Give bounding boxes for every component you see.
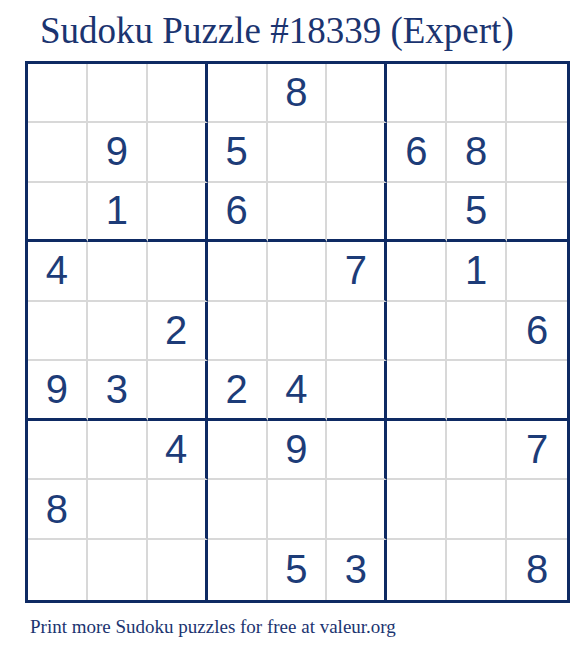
cell-r1c6 (327, 64, 387, 124)
cell-r9c2 (88, 540, 148, 600)
cell-r6c6 (327, 361, 387, 421)
cell-r8c3 (148, 480, 208, 540)
cell-r8c8 (447, 480, 507, 540)
sudoku-board: 895681654712693244978538 (25, 61, 570, 603)
cell-r5c2 (88, 302, 148, 362)
cell-r2c7: 6 (387, 123, 447, 183)
cell-r7c2 (88, 421, 148, 481)
cell-r9c5: 5 (268, 540, 328, 600)
cell-r1c8 (447, 64, 507, 124)
cell-r2c9 (507, 123, 567, 183)
cell-r3c7 (387, 183, 447, 243)
cell-r1c1 (28, 64, 88, 124)
cell-r9c3 (148, 540, 208, 600)
cell-r3c1 (28, 183, 88, 243)
cell-r8c7 (387, 480, 447, 540)
cell-r5c1 (28, 302, 88, 362)
cell-r3c8: 5 (447, 183, 507, 243)
cell-r8c5 (268, 480, 328, 540)
cell-r1c9 (507, 64, 567, 124)
cell-r4c9 (507, 242, 567, 302)
cell-r7c8 (447, 421, 507, 481)
cell-r7c1 (28, 421, 88, 481)
cell-r2c4: 5 (208, 123, 268, 183)
cell-r6c1: 9 (28, 361, 88, 421)
cell-r4c2 (88, 242, 148, 302)
cell-r2c6 (327, 123, 387, 183)
cell-r5c5 (268, 302, 328, 362)
cell-r2c3 (148, 123, 208, 183)
cell-r6c4: 2 (208, 361, 268, 421)
cell-r4c5 (268, 242, 328, 302)
cell-r9c9: 8 (507, 540, 567, 600)
cell-r4c6: 7 (327, 242, 387, 302)
cell-r6c9 (507, 361, 567, 421)
cell-r2c5 (268, 123, 328, 183)
cell-r7c5: 9 (268, 421, 328, 481)
cell-r3c6 (327, 183, 387, 243)
cell-r8c6 (327, 480, 387, 540)
cell-r5c3: 2 (148, 302, 208, 362)
cell-r4c1: 4 (28, 242, 88, 302)
cell-r1c4 (208, 64, 268, 124)
footer-text: Print more Sudoku puzzles for free at va… (30, 616, 580, 638)
cell-r9c1 (28, 540, 88, 600)
cell-r6c8 (447, 361, 507, 421)
cell-r9c8 (447, 540, 507, 600)
cell-r7c3: 4 (148, 421, 208, 481)
cell-r6c3 (148, 361, 208, 421)
cell-r3c5 (268, 183, 328, 243)
cell-r8c1: 8 (28, 480, 88, 540)
cell-r7c9: 7 (507, 421, 567, 481)
cell-r6c5: 4 (268, 361, 328, 421)
cell-r4c4 (208, 242, 268, 302)
cell-r1c5: 8 (268, 64, 328, 124)
cell-r5c9: 6 (507, 302, 567, 362)
cell-r6c7 (387, 361, 447, 421)
cell-r2c8: 8 (447, 123, 507, 183)
cell-r3c9 (507, 183, 567, 243)
cell-r5c7 (387, 302, 447, 362)
cell-r1c2 (88, 64, 148, 124)
cell-r3c2: 1 (88, 183, 148, 243)
cell-r4c3 (148, 242, 208, 302)
cell-r2c2: 9 (88, 123, 148, 183)
cell-r7c4 (208, 421, 268, 481)
cell-r7c7 (387, 421, 447, 481)
cell-r9c6: 3 (327, 540, 387, 600)
cell-r1c7 (387, 64, 447, 124)
cell-r7c6 (327, 421, 387, 481)
cell-r9c7 (387, 540, 447, 600)
cell-r1c3 (148, 64, 208, 124)
cell-r8c2 (88, 480, 148, 540)
cell-r6c2: 3 (88, 361, 148, 421)
cell-r9c4 (208, 540, 268, 600)
cell-r3c4: 6 (208, 183, 268, 243)
cell-r5c8 (447, 302, 507, 362)
cell-r8c4 (208, 480, 268, 540)
cell-r4c8: 1 (447, 242, 507, 302)
cell-r8c9 (507, 480, 567, 540)
cell-r5c6 (327, 302, 387, 362)
cell-r4c7 (387, 242, 447, 302)
cell-r2c1 (28, 123, 88, 183)
cell-r5c4 (208, 302, 268, 362)
cell-r3c3 (148, 183, 208, 243)
puzzle-title: Sudoku Puzzle #18339 (Expert) (40, 10, 580, 53)
